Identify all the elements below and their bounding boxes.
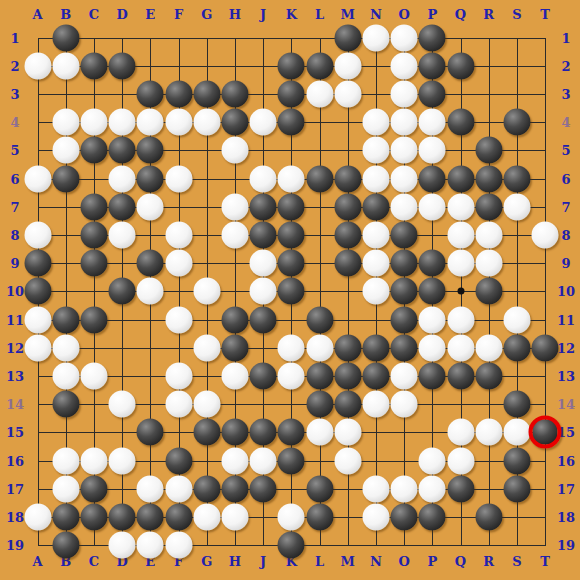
row-label: 3 <box>561 86 570 101</box>
row-label: 13 <box>557 368 575 383</box>
stone-black-l18[interactable] <box>306 503 333 530</box>
row-label: 8 <box>10 227 19 242</box>
star-point-q10 <box>457 288 464 295</box>
stone-white-f17[interactable] <box>165 475 192 502</box>
stone-white-a11[interactable] <box>24 306 51 333</box>
stone-white-g12[interactable] <box>193 334 220 361</box>
stone-white-n6[interactable] <box>362 165 389 192</box>
stone-black-q17[interactable] <box>447 475 474 502</box>
stone-black-l6[interactable] <box>306 165 333 192</box>
stone-white-s15[interactable] <box>503 419 530 446</box>
column-label: N <box>370 554 382 569</box>
column-label: M <box>340 7 354 22</box>
stone-black-k16[interactable] <box>278 447 305 474</box>
stone-white-e10[interactable] <box>137 278 164 305</box>
stone-white-g18[interactable] <box>193 503 220 530</box>
stone-white-n5[interactable] <box>362 137 389 164</box>
row-label: 17 <box>557 481 575 496</box>
stone-black-j11[interactable] <box>250 306 277 333</box>
stone-black-j8[interactable] <box>250 221 277 248</box>
stone-white-h13[interactable] <box>221 362 248 389</box>
stone-black-r13[interactable] <box>475 362 502 389</box>
column-label: K <box>286 7 297 22</box>
stone-black-r10[interactable] <box>475 278 502 305</box>
stone-black-r6[interactable] <box>475 165 502 192</box>
row-label: 5 <box>561 143 570 158</box>
stone-white-q11[interactable] <box>447 306 474 333</box>
stone-white-h5[interactable] <box>221 137 248 164</box>
stone-white-o14[interactable] <box>391 391 418 418</box>
row-label: 4 <box>561 115 570 130</box>
stone-black-n7[interactable] <box>362 193 389 220</box>
stone-black-m9[interactable] <box>334 250 361 277</box>
row-label: 14 <box>6 397 24 412</box>
stone-black-j7[interactable] <box>250 193 277 220</box>
stone-black-o11[interactable] <box>391 306 418 333</box>
stone-white-b2[interactable] <box>52 52 79 79</box>
stone-white-h18[interactable] <box>221 503 248 530</box>
stone-black-d5[interactable] <box>109 137 136 164</box>
stone-black-e15[interactable] <box>137 419 164 446</box>
stone-white-f13[interactable] <box>165 362 192 389</box>
stone-white-p16[interactable] <box>419 447 446 474</box>
stone-black-c8[interactable] <box>80 221 107 248</box>
stone-black-h4[interactable] <box>221 109 248 136</box>
stone-white-f4[interactable] <box>165 109 192 136</box>
stone-white-s11[interactable] <box>503 306 530 333</box>
stone-black-g17[interactable] <box>193 475 220 502</box>
stone-white-l15[interactable] <box>306 419 333 446</box>
stone-white-e19[interactable] <box>137 532 164 559</box>
row-label: 2 <box>561 58 570 73</box>
stone-black-c7[interactable] <box>80 193 107 220</box>
stone-white-n10[interactable] <box>362 278 389 305</box>
stone-white-e7[interactable] <box>137 193 164 220</box>
column-label: C <box>89 554 99 569</box>
stone-black-c18[interactable] <box>80 503 107 530</box>
stone-black-c9[interactable] <box>80 250 107 277</box>
row-label: 7 <box>561 199 570 214</box>
stone-white-h16[interactable] <box>221 447 248 474</box>
stone-white-c16[interactable] <box>80 447 107 474</box>
stone-black-s17[interactable] <box>503 475 530 502</box>
stone-black-g3[interactable] <box>193 80 220 107</box>
stone-black-p3[interactable] <box>419 80 446 107</box>
stone-black-f18[interactable] <box>165 503 192 530</box>
column-label: J <box>260 554 266 569</box>
row-label: 9 <box>10 256 19 271</box>
go-board-screenshot: ABCDEFGHJKLMNOPQRST ABCDEFGHJKLMNOPQRST … <box>0 0 580 580</box>
stone-black-n13[interactable] <box>362 362 389 389</box>
column-label: H <box>229 7 241 22</box>
stone-white-n17[interactable] <box>362 475 389 502</box>
stone-black-e6[interactable] <box>137 165 164 192</box>
stone-white-l12[interactable] <box>306 334 333 361</box>
stone-white-q9[interactable] <box>447 250 474 277</box>
stone-black-l2[interactable] <box>306 52 333 79</box>
column-label: T <box>540 7 550 22</box>
stone-white-j16[interactable] <box>250 447 277 474</box>
stone-white-h8[interactable] <box>221 221 248 248</box>
column-label: F <box>174 7 183 22</box>
stone-black-k7[interactable] <box>278 193 305 220</box>
stone-white-r9[interactable] <box>475 250 502 277</box>
column-label: O <box>398 554 409 569</box>
stone-black-e5[interactable] <box>137 137 164 164</box>
stone-white-a8[interactable] <box>24 221 51 248</box>
stone-black-p6[interactable] <box>419 165 446 192</box>
stone-white-o13[interactable] <box>391 362 418 389</box>
stone-black-c11[interactable] <box>80 306 107 333</box>
row-label: 16 <box>557 453 575 468</box>
stone-white-h7[interactable] <box>221 193 248 220</box>
stone-white-o4[interactable] <box>391 109 418 136</box>
stone-black-b11[interactable] <box>52 306 79 333</box>
column-label: N <box>370 7 382 22</box>
stone-white-k18[interactable] <box>278 503 305 530</box>
stone-white-t8[interactable] <box>532 221 559 248</box>
stone-black-j15[interactable] <box>250 419 277 446</box>
row-label: 17 <box>6 481 24 496</box>
stone-white-d16[interactable] <box>109 447 136 474</box>
stone-white-g14[interactable] <box>193 391 220 418</box>
stone-black-c17[interactable] <box>80 475 107 502</box>
stone-black-k8[interactable] <box>278 221 305 248</box>
stone-black-o9[interactable] <box>391 250 418 277</box>
stone-black-o12[interactable] <box>391 334 418 361</box>
row-label: 16 <box>6 453 24 468</box>
column-label: C <box>89 7 99 22</box>
row-label: 14 <box>557 397 575 412</box>
stone-white-r12[interactable] <box>475 334 502 361</box>
stone-black-h17[interactable] <box>221 475 248 502</box>
column-label: P <box>427 554 437 569</box>
row-label: 18 <box>6 509 24 524</box>
row-label: 7 <box>10 199 19 214</box>
stone-white-k6[interactable] <box>278 165 305 192</box>
stone-black-p2[interactable] <box>419 52 446 79</box>
stone-white-r8[interactable] <box>475 221 502 248</box>
stone-black-p9[interactable] <box>419 250 446 277</box>
stone-black-c5[interactable] <box>80 137 107 164</box>
stone-white-d8[interactable] <box>109 221 136 248</box>
stone-white-g4[interactable] <box>193 109 220 136</box>
stone-white-g10[interactable] <box>193 278 220 305</box>
stone-white-b16[interactable] <box>52 447 79 474</box>
stone-white-o17[interactable] <box>391 475 418 502</box>
stone-black-s6[interactable] <box>503 165 530 192</box>
stone-white-k12[interactable] <box>278 334 305 361</box>
stone-black-d2[interactable] <box>109 52 136 79</box>
stone-white-f6[interactable] <box>165 165 192 192</box>
stone-white-j4[interactable] <box>250 109 277 136</box>
stone-black-o10[interactable] <box>391 278 418 305</box>
row-label: 4 <box>10 115 19 130</box>
stone-white-j9[interactable] <box>250 250 277 277</box>
stone-black-k4[interactable] <box>278 109 305 136</box>
stone-white-q16[interactable] <box>447 447 474 474</box>
column-label: L <box>315 554 324 569</box>
stone-black-b1[interactable] <box>52 24 79 51</box>
stone-white-q7[interactable] <box>447 193 474 220</box>
stone-black-m6[interactable] <box>334 165 361 192</box>
column-label: H <box>229 554 241 569</box>
stone-black-b19[interactable] <box>52 532 79 559</box>
stone-black-l13[interactable] <box>306 362 333 389</box>
stone-white-d14[interactable] <box>109 391 136 418</box>
stone-white-a2[interactable] <box>24 52 51 79</box>
stone-white-n4[interactable] <box>362 109 389 136</box>
stone-white-n8[interactable] <box>362 221 389 248</box>
stone-black-k15[interactable] <box>278 419 305 446</box>
stone-black-k3[interactable] <box>278 80 305 107</box>
stone-black-m8[interactable] <box>334 221 361 248</box>
column-label: Q <box>455 7 466 22</box>
stone-white-q12[interactable] <box>447 334 474 361</box>
stone-white-p12[interactable] <box>419 334 446 361</box>
column-label: G <box>201 554 212 569</box>
stone-black-s4[interactable] <box>503 109 530 136</box>
stone-black-k10[interactable] <box>278 278 305 305</box>
stone-black-n12[interactable] <box>362 334 389 361</box>
stone-white-b5[interactable] <box>52 137 79 164</box>
row-label: 1 <box>561 30 570 45</box>
stone-black-m12[interactable] <box>334 334 361 361</box>
stone-black-r18[interactable] <box>475 503 502 530</box>
stone-white-m16[interactable] <box>334 447 361 474</box>
row-label: 6 <box>561 171 570 186</box>
stone-white-f19[interactable] <box>165 532 192 559</box>
stone-black-t15-last-move[interactable] <box>529 416 562 449</box>
stone-white-e17[interactable] <box>137 475 164 502</box>
stone-black-g15[interactable] <box>193 419 220 446</box>
stone-black-q6[interactable] <box>447 165 474 192</box>
stone-white-e4[interactable] <box>137 109 164 136</box>
stone-black-e3[interactable] <box>137 80 164 107</box>
stone-white-l3[interactable] <box>306 80 333 107</box>
stone-black-p13[interactable] <box>419 362 446 389</box>
stone-black-s16[interactable] <box>503 447 530 474</box>
stone-black-j17[interactable] <box>250 475 277 502</box>
stone-black-d7[interactable] <box>109 193 136 220</box>
column-label: L <box>315 7 324 22</box>
stone-white-a6[interactable] <box>24 165 51 192</box>
stone-black-r5[interactable] <box>475 137 502 164</box>
column-label: B <box>60 7 71 22</box>
row-label: 10 <box>557 284 575 299</box>
stone-white-n18[interactable] <box>362 503 389 530</box>
stone-black-f16[interactable] <box>165 447 192 474</box>
stone-black-m13[interactable] <box>334 362 361 389</box>
row-label: 18 <box>557 509 575 524</box>
row-label: 11 <box>6 312 24 327</box>
column-label: G <box>201 7 212 22</box>
stone-white-f14[interactable] <box>165 391 192 418</box>
stone-black-a10[interactable] <box>24 278 51 305</box>
column-label: T <box>540 554 550 569</box>
stone-black-p18[interactable] <box>419 503 446 530</box>
stone-white-j10[interactable] <box>250 278 277 305</box>
column-label: S <box>512 7 521 22</box>
stone-black-j13[interactable] <box>250 362 277 389</box>
row-label: 10 <box>6 284 24 299</box>
stone-black-m1[interactable] <box>334 24 361 51</box>
stone-white-d6[interactable] <box>109 165 136 192</box>
stone-black-l11[interactable] <box>306 306 333 333</box>
stone-black-q13[interactable] <box>447 362 474 389</box>
stone-black-r7[interactable] <box>475 193 502 220</box>
stone-black-b14[interactable] <box>52 391 79 418</box>
stone-white-r15[interactable] <box>475 419 502 446</box>
stone-black-e9[interactable] <box>137 250 164 277</box>
stone-black-e18[interactable] <box>137 503 164 530</box>
row-label: 15 <box>6 425 24 440</box>
stone-white-b12[interactable] <box>52 334 79 361</box>
stone-black-d10[interactable] <box>109 278 136 305</box>
stone-black-l17[interactable] <box>306 475 333 502</box>
stone-white-p4[interactable] <box>419 109 446 136</box>
stone-black-c2[interactable] <box>80 52 107 79</box>
row-label: 8 <box>561 227 570 242</box>
stone-black-m7[interactable] <box>334 193 361 220</box>
stone-white-o3[interactable] <box>391 80 418 107</box>
stone-white-s7[interactable] <box>503 193 530 220</box>
stone-black-s14[interactable] <box>503 391 530 418</box>
stone-black-b18[interactable] <box>52 503 79 530</box>
stone-white-f11[interactable] <box>165 306 192 333</box>
stone-white-j6[interactable] <box>250 165 277 192</box>
row-label: 12 <box>6 340 24 355</box>
stone-white-p5[interactable] <box>419 137 446 164</box>
stone-white-n14[interactable] <box>362 391 389 418</box>
column-label: A <box>32 554 42 569</box>
stone-white-d19[interactable] <box>109 532 136 559</box>
stone-white-c4[interactable] <box>80 109 107 136</box>
stone-white-p11[interactable] <box>419 306 446 333</box>
column-label: P <box>427 7 437 22</box>
stone-white-d4[interactable] <box>109 109 136 136</box>
stone-black-k19[interactable] <box>278 532 305 559</box>
stone-white-o1[interactable] <box>391 24 418 51</box>
stone-white-a12[interactable] <box>24 334 51 361</box>
row-label: 9 <box>561 256 570 271</box>
stone-white-a18[interactable] <box>24 503 51 530</box>
stone-white-m3[interactable] <box>334 80 361 107</box>
stone-black-h3[interactable] <box>221 80 248 107</box>
row-label: 1 <box>10 30 19 45</box>
grid-line-vertical <box>545 38 546 547</box>
row-label: 19 <box>557 538 575 553</box>
stone-black-a9[interactable] <box>24 250 51 277</box>
stone-white-q15[interactable] <box>447 419 474 446</box>
stone-white-o5[interactable] <box>391 137 418 164</box>
stone-black-b6[interactable] <box>52 165 79 192</box>
column-label: S <box>512 554 521 569</box>
stone-black-p1[interactable] <box>419 24 446 51</box>
stone-black-d18[interactable] <box>109 503 136 530</box>
row-label: 12 <box>557 340 575 355</box>
stone-black-h12[interactable] <box>221 334 248 361</box>
column-label: E <box>145 7 155 22</box>
stone-black-h11[interactable] <box>221 306 248 333</box>
stone-white-p7[interactable] <box>419 193 446 220</box>
column-label: D <box>116 7 127 22</box>
stone-white-n9[interactable] <box>362 250 389 277</box>
stone-white-o7[interactable] <box>391 193 418 220</box>
stone-white-f9[interactable] <box>165 250 192 277</box>
stone-white-o2[interactable] <box>391 52 418 79</box>
stone-white-k13[interactable] <box>278 362 305 389</box>
stone-white-p17[interactable] <box>419 475 446 502</box>
stone-white-q8[interactable] <box>447 221 474 248</box>
stone-white-c13[interactable] <box>80 362 107 389</box>
row-label: 13 <box>6 368 24 383</box>
stone-black-o18[interactable] <box>391 503 418 530</box>
grid-line-vertical <box>320 38 321 547</box>
stone-white-f8[interactable] <box>165 221 192 248</box>
stone-black-h15[interactable] <box>221 419 248 446</box>
stone-white-b13[interactable] <box>52 362 79 389</box>
stone-black-k9[interactable] <box>278 250 305 277</box>
stone-black-k2[interactable] <box>278 52 305 79</box>
stone-black-s12[interactable] <box>503 334 530 361</box>
stone-black-m14[interactable] <box>334 391 361 418</box>
stone-white-b17[interactable] <box>52 475 79 502</box>
stone-black-p10[interactable] <box>419 278 446 305</box>
column-label: R <box>483 7 494 22</box>
column-label: O <box>398 7 409 22</box>
column-label: Q <box>455 554 466 569</box>
stone-black-o8[interactable] <box>391 221 418 248</box>
row-label: 2 <box>10 58 19 73</box>
stone-white-m2[interactable] <box>334 52 361 79</box>
column-label: R <box>483 554 494 569</box>
stone-black-t12[interactable] <box>532 334 559 361</box>
stone-black-q2[interactable] <box>447 52 474 79</box>
stone-white-o6[interactable] <box>391 165 418 192</box>
column-label: M <box>340 554 354 569</box>
stone-white-m15[interactable] <box>334 419 361 446</box>
stone-white-b4[interactable] <box>52 109 79 136</box>
stone-black-l14[interactable] <box>306 391 333 418</box>
row-label: 6 <box>10 171 19 186</box>
column-label: J <box>260 7 266 22</box>
row-label: 19 <box>6 538 24 553</box>
stone-black-f3[interactable] <box>165 80 192 107</box>
row-label: 5 <box>10 143 19 158</box>
row-label: 11 <box>557 312 575 327</box>
column-label: A <box>32 7 42 22</box>
row-label: 3 <box>10 86 19 101</box>
stone-black-q4[interactable] <box>447 109 474 136</box>
stone-white-n1[interactable] <box>362 24 389 51</box>
